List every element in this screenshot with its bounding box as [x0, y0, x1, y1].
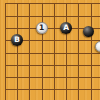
board-vline-1: [5, 3, 6, 100]
board-hline-6: [5, 65, 100, 66]
board-vline-4: [42, 3, 43, 100]
board-hline-2: [5, 16, 100, 17]
board-vline-7: [78, 3, 79, 100]
board-vline-5: [54, 3, 55, 100]
board-hline-8: [5, 89, 100, 90]
board-hline-5: [5, 53, 100, 54]
board-vline-8: [91, 3, 92, 100]
board-hline-1: [5, 3, 100, 4]
stone-black-plain: [83, 26, 94, 37]
go-board[interactable]: 1AB: [0, 0, 100, 100]
board-vline-2: [17, 3, 18, 100]
stone-black-B[interactable]: B: [11, 34, 23, 46]
board-vline-3: [29, 3, 30, 100]
stone-white-1[interactable]: 1: [36, 22, 48, 34]
board-vline-6: [66, 3, 67, 100]
board-hline-7: [5, 77, 100, 78]
